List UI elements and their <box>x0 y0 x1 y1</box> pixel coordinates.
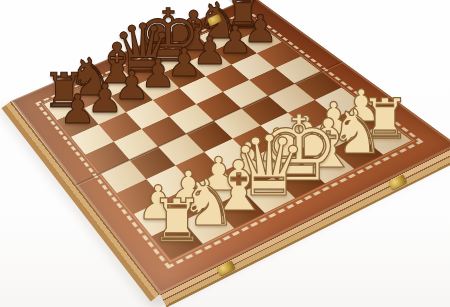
piece-white-rook-a1[interactable]: ♜ <box>127 191 227 250</box>
piece-black-pawn-a7[interactable]: ♟ <box>28 90 128 130</box>
product-photo-canvas: ♜♞♝♛♚♝♞♜♟♟♟♟♟♟♟♟♟♟♟♟♟♟♟♟♜♞♝♛♚♝♞♜ <box>0 0 450 307</box>
